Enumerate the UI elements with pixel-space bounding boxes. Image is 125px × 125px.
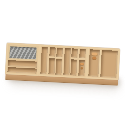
wooden-utensil — [92, 56, 97, 59]
left-horizontal-slot-lower — [7, 67, 36, 74]
vertical-slot — [56, 58, 63, 75]
slot-column-3 — [56, 48, 63, 75]
middle-unit — [38, 45, 88, 78]
tray-top-surface — [5, 43, 119, 80]
wooden-organizer-tray — [5, 43, 120, 86]
slot-column-5 — [71, 48, 78, 75]
small-top-cell — [49, 47, 56, 56]
slot-column-1 — [40, 47, 47, 74]
small-top-cell — [72, 48, 79, 57]
small-top-cell — [79, 49, 86, 58]
product-photo-scene — [0, 0, 125, 125]
slot-column-2 — [48, 47, 55, 74]
wooden-utensil — [91, 52, 98, 55]
wide-open-compartment — [100, 50, 118, 78]
vertical-slot — [63, 48, 70, 75]
middle-slot-grid — [40, 47, 85, 76]
right-end-unit — [86, 47, 120, 80]
knife-dock-insert — [8, 45, 38, 60]
left-end-unit — [5, 43, 40, 76]
vertical-slot-with-utensils — [78, 59, 85, 76]
right-unit-grid — [88, 49, 117, 77]
utensil-stack — [80, 62, 84, 69]
vertical-slot — [40, 47, 47, 74]
vertical-slot — [48, 58, 55, 75]
slot-column-6 — [78, 49, 85, 76]
small-top-cell — [57, 48, 64, 57]
wooden-utensil — [80, 62, 84, 65]
slot-column-4 — [63, 48, 70, 75]
wooden-utensil — [80, 66, 83, 69]
narrow-slot-with-utensils — [88, 49, 99, 76]
utensil-stack — [90, 52, 98, 59]
vertical-slot — [71, 59, 78, 76]
